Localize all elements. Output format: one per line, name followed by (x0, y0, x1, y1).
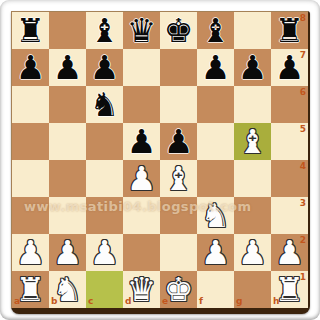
black-knight-piece: ♞ (90, 86, 120, 123)
square-a8: ♜ (12, 12, 49, 49)
square-f3: ♞ (197, 197, 234, 234)
square-b1: ♞b (49, 271, 86, 308)
rank-label-4: 4 (300, 162, 306, 171)
square-h3: 3 (271, 197, 308, 234)
black-bishop-piece: ♝ (201, 12, 231, 49)
square-f7: ♟ (197, 49, 234, 86)
square-e7 (160, 49, 197, 86)
square-d2 (123, 234, 160, 271)
square-h4: 4 (271, 160, 308, 197)
square-c2: ♟ (86, 234, 123, 271)
square-b7: ♟ (49, 49, 86, 86)
black-king-piece: ♚ (164, 12, 194, 49)
square-g1: g (234, 271, 271, 308)
square-e4: ♝ (160, 160, 197, 197)
square-a3 (12, 197, 49, 234)
square-a1: ♜a (12, 271, 49, 308)
black-rook-piece: ♜ (16, 12, 46, 49)
square-a5 (12, 123, 49, 160)
file-label-c: c (88, 297, 93, 306)
white-queen-piece: ♛ (127, 271, 157, 308)
square-c8: ♝ (86, 12, 123, 49)
square-d8: ♛ (123, 12, 160, 49)
file-label-g: g (236, 297, 242, 306)
chess-board: ♜♝♛♚♝♜8♟♟♟♟♟♟7♞6♟♟♝5♟♝4♞3♟♟♟♟♟♟2♜a♞bc♛d♚… (11, 11, 308, 308)
file-label-f: f (199, 297, 203, 306)
square-a4 (12, 160, 49, 197)
square-e8: ♚ (160, 12, 197, 49)
square-a7: ♟ (12, 49, 49, 86)
square-d7 (123, 49, 160, 86)
square-f6 (197, 86, 234, 123)
square-a2: ♟ (12, 234, 49, 271)
black-pawn-piece: ♟ (90, 49, 120, 86)
square-c7: ♟ (86, 49, 123, 86)
white-pawn-piece: ♟ (127, 160, 157, 197)
black-pawn-piece: ♟ (238, 49, 268, 86)
black-queen-piece: ♛ (127, 12, 157, 49)
black-pawn-piece: ♟ (164, 123, 194, 160)
white-pawn-piece: ♟ (238, 234, 268, 271)
square-g7: ♟ (234, 49, 271, 86)
square-h1: ♜1h (271, 271, 308, 308)
square-f4 (197, 160, 234, 197)
square-h5: 5 (271, 123, 308, 160)
square-d3 (123, 197, 160, 234)
board-frame: ♜♝♛♚♝♜8♟♟♟♟♟♟7♞6♟♟♝5♟♝4♞3♟♟♟♟♟♟2♜a♞bc♛d♚… (11, 11, 310, 314)
square-e1: ♚e (160, 271, 197, 308)
square-d4: ♟ (123, 160, 160, 197)
square-e5: ♟ (160, 123, 197, 160)
rank-label-6: 6 (300, 88, 306, 97)
white-pawn-piece: ♟ (16, 234, 46, 271)
black-pawn-piece: ♟ (127, 123, 157, 160)
rank-label-5: 5 (300, 125, 306, 134)
square-c3 (86, 197, 123, 234)
square-d6 (123, 86, 160, 123)
square-b3 (49, 197, 86, 234)
black-pawn-piece: ♟ (275, 49, 305, 86)
square-c5 (86, 123, 123, 160)
square-b2: ♟ (49, 234, 86, 271)
white-pawn-piece: ♟ (53, 234, 83, 271)
page: ♜♝♛♚♝♜8♟♟♟♟♟♟7♞6♟♟♝5♟♝4♞3♟♟♟♟♟♟2♜a♞bc♛d♚… (0, 0, 320, 320)
square-b4 (49, 160, 86, 197)
square-f8: ♝ (197, 12, 234, 49)
white-bishop-piece: ♝ (238, 123, 268, 160)
black-pawn-piece: ♟ (53, 49, 83, 86)
square-c4 (86, 160, 123, 197)
black-pawn-piece: ♟ (16, 49, 46, 86)
white-knight-piece: ♞ (53, 271, 83, 308)
square-f2: ♟ (197, 234, 234, 271)
square-g6 (234, 86, 271, 123)
square-b5 (49, 123, 86, 160)
white-bishop-piece: ♝ (164, 160, 194, 197)
square-g2: ♟ (234, 234, 271, 271)
square-g3 (234, 197, 271, 234)
square-g4 (234, 160, 271, 197)
black-bishop-piece: ♝ (90, 12, 120, 49)
square-g5: ♝ (234, 123, 271, 160)
square-b6 (49, 86, 86, 123)
black-pawn-piece: ♟ (201, 49, 231, 86)
white-pawn-piece: ♟ (90, 234, 120, 271)
square-b8 (49, 12, 86, 49)
rank-label-3: 3 (300, 199, 306, 208)
square-c6: ♞ (86, 86, 123, 123)
square-g8 (234, 12, 271, 49)
square-e6 (160, 86, 197, 123)
square-f5 (197, 123, 234, 160)
white-king-piece: ♚ (164, 271, 194, 308)
square-d5: ♟ (123, 123, 160, 160)
square-d1: ♛d (123, 271, 160, 308)
square-h7: ♟7 (271, 49, 308, 86)
white-knight-piece: ♞ (201, 197, 231, 234)
white-rook-piece: ♜ (16, 271, 46, 308)
square-h2: ♟2 (271, 234, 308, 271)
square-c1: c (86, 271, 123, 308)
square-f1: f (197, 271, 234, 308)
square-h8: ♜8 (271, 12, 308, 49)
square-a6 (12, 86, 49, 123)
square-e2 (160, 234, 197, 271)
square-h6: 6 (271, 86, 308, 123)
white-rook-piece: ♜ (275, 271, 305, 308)
white-pawn-piece: ♟ (275, 234, 305, 271)
square-e3 (160, 197, 197, 234)
black-rook-piece: ♜ (275, 12, 305, 49)
white-pawn-piece: ♟ (201, 234, 231, 271)
